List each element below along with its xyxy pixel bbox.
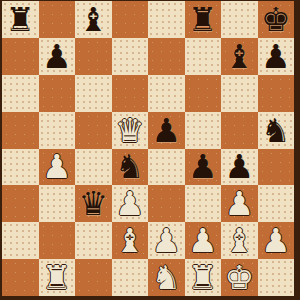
square-g4[interactable]: ♟	[221, 149, 258, 186]
square-g1[interactable]: ♚	[221, 259, 258, 296]
square-d8[interactable]	[112, 1, 149, 38]
square-d2[interactable]: ♝	[112, 222, 149, 259]
piece-white-bishop: ♝	[224, 224, 254, 257]
piece-white-pawn: ♟	[224, 187, 254, 220]
square-c3[interactable]: ♛	[75, 185, 112, 222]
square-b1[interactable]: ♜	[39, 259, 76, 296]
square-c5[interactable]	[75, 112, 112, 149]
square-b6[interactable]	[39, 75, 76, 112]
square-e5[interactable]: ♟	[148, 112, 185, 149]
square-b2[interactable]	[39, 222, 76, 259]
square-a2[interactable]	[2, 222, 39, 259]
piece-black-king: ♚	[261, 3, 291, 36]
square-a3[interactable]	[2, 185, 39, 222]
square-c8[interactable]: ♝	[75, 1, 112, 38]
square-f1[interactable]: ♜	[185, 259, 222, 296]
piece-black-rook: ♜	[188, 3, 218, 36]
piece-black-pawn: ♟	[42, 40, 72, 73]
piece-black-bishop: ♝	[224, 40, 254, 73]
square-d4[interactable]: ♞	[112, 149, 149, 186]
square-b7[interactable]: ♟	[39, 38, 76, 75]
square-f6[interactable]	[185, 75, 222, 112]
piece-white-bishop: ♝	[115, 224, 145, 257]
square-d6[interactable]	[112, 75, 149, 112]
square-e6[interactable]	[148, 75, 185, 112]
square-e4[interactable]	[148, 149, 185, 186]
square-a1[interactable]	[2, 259, 39, 296]
square-g3[interactable]: ♟	[221, 185, 258, 222]
square-a5[interactable]	[2, 112, 39, 149]
square-d1[interactable]	[112, 259, 149, 296]
square-d5[interactable]: ♛	[112, 112, 149, 149]
square-e7[interactable]	[148, 38, 185, 75]
square-g5[interactable]	[221, 112, 258, 149]
board-grid: ♜♝♜♚♟♝♟♛♟♞♟♞♟♟♛♟♟♝♟♟♝♟♜♞♜♚	[2, 1, 294, 296]
square-g2[interactable]: ♝	[221, 222, 258, 259]
square-c2[interactable]	[75, 222, 112, 259]
piece-white-pawn: ♟	[188, 224, 218, 257]
piece-white-knight: ♞	[151, 261, 181, 294]
square-f8[interactable]: ♜	[185, 1, 222, 38]
square-b5[interactable]	[39, 112, 76, 149]
piece-black-pawn: ♟	[261, 40, 291, 73]
piece-black-knight: ♞	[115, 150, 145, 183]
piece-white-king: ♚	[224, 261, 254, 294]
square-h7[interactable]: ♟	[258, 38, 295, 75]
square-h8[interactable]: ♚	[258, 1, 295, 38]
square-h1[interactable]	[258, 259, 295, 296]
square-h4[interactable]	[258, 149, 295, 186]
square-f7[interactable]	[185, 38, 222, 75]
square-h3[interactable]	[258, 185, 295, 222]
square-a6[interactable]	[2, 75, 39, 112]
square-c1[interactable]	[75, 259, 112, 296]
piece-white-pawn: ♟	[261, 224, 291, 257]
square-g7[interactable]: ♝	[221, 38, 258, 75]
piece-black-knight: ♞	[261, 114, 291, 147]
piece-black-queen: ♛	[78, 187, 108, 220]
piece-white-queen: ♛	[115, 114, 145, 147]
square-e8[interactable]	[148, 1, 185, 38]
square-b4[interactable]: ♟	[39, 149, 76, 186]
square-c4[interactable]	[75, 149, 112, 186]
square-d7[interactable]	[112, 38, 149, 75]
piece-white-pawn: ♟	[42, 150, 72, 183]
square-b3[interactable]	[39, 185, 76, 222]
square-g8[interactable]	[221, 1, 258, 38]
square-e3[interactable]	[148, 185, 185, 222]
piece-white-pawn: ♟	[151, 224, 181, 257]
piece-black-pawn: ♟	[151, 114, 181, 147]
square-c7[interactable]	[75, 38, 112, 75]
piece-black-pawn: ♟	[188, 150, 218, 183]
piece-black-rook: ♜	[5, 3, 35, 36]
square-f5[interactable]	[185, 112, 222, 149]
square-d3[interactable]: ♟	[112, 185, 149, 222]
square-f3[interactable]	[185, 185, 222, 222]
piece-black-bishop: ♝	[78, 3, 108, 36]
square-f2[interactable]: ♟	[185, 222, 222, 259]
square-a8[interactable]: ♜	[2, 1, 39, 38]
piece-black-pawn: ♟	[224, 150, 254, 183]
square-a7[interactable]	[2, 38, 39, 75]
square-b8[interactable]	[39, 1, 76, 38]
square-c6[interactable]	[75, 75, 112, 112]
chess-board: ♜♝♜♚♟♝♟♛♟♞♟♞♟♟♛♟♟♝♟♟♝♟♜♞♜♚	[0, 0, 300, 300]
square-h6[interactable]	[258, 75, 295, 112]
square-e1[interactable]: ♞	[148, 259, 185, 296]
square-a4[interactable]	[2, 149, 39, 186]
piece-white-rook: ♜	[42, 261, 72, 294]
square-g6[interactable]	[221, 75, 258, 112]
square-f4[interactable]: ♟	[185, 149, 222, 186]
square-h5[interactable]: ♞	[258, 112, 295, 149]
piece-white-pawn: ♟	[115, 187, 145, 220]
square-e2[interactable]: ♟	[148, 222, 185, 259]
square-h2[interactable]: ♟	[258, 222, 295, 259]
piece-white-rook: ♜	[188, 261, 218, 294]
